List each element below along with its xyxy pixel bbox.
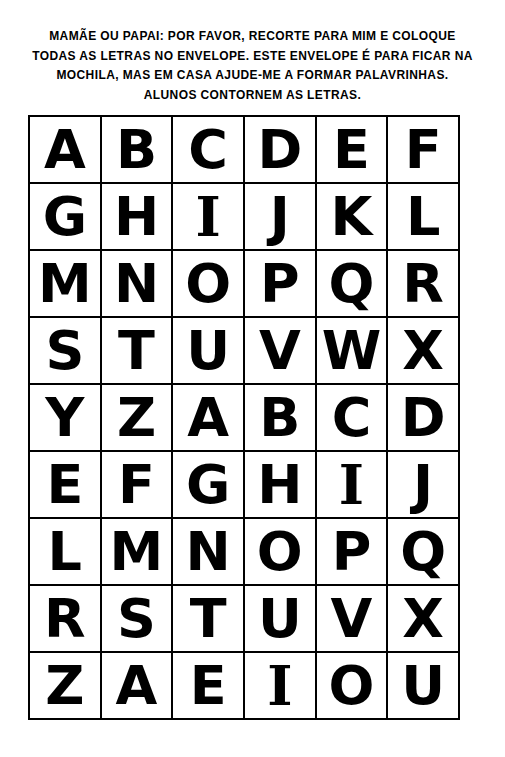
grid-cell: U bbox=[388, 653, 458, 718]
grid-cell: Q bbox=[388, 519, 458, 584]
grid-cell: L bbox=[30, 519, 100, 584]
grid-cell: X bbox=[388, 318, 458, 383]
grid-cell: I bbox=[317, 452, 387, 517]
grid-cell: M bbox=[30, 251, 100, 316]
grid-cell: J bbox=[245, 184, 315, 249]
grid-cell: I bbox=[173, 184, 243, 249]
letter-grid: ABCDEFGHIJKLMNOPQRSTUVWXYZABCDEFGHIJLMNO… bbox=[28, 115, 460, 720]
worksheet-page: MAMÃE OU PAPAI: POR FAVOR, RECORTE PARA … bbox=[0, 0, 505, 757]
grid-cell: S bbox=[102, 586, 172, 651]
grid-cell: Z bbox=[102, 385, 172, 450]
grid-cell: K bbox=[317, 184, 387, 249]
instructions-text: MAMÃE OU PAPAI: POR FAVOR, RECORTE PARA … bbox=[0, 27, 505, 105]
grid-cell: C bbox=[317, 385, 387, 450]
grid-cell: L bbox=[388, 184, 458, 249]
instructions-line-2: TODAS AS LETRAS NO ENVELOPE. ESTE ENVELO… bbox=[0, 47, 505, 67]
grid-cell: B bbox=[102, 117, 172, 182]
grid-cell: Q bbox=[317, 251, 387, 316]
grid-cell: C bbox=[173, 117, 243, 182]
grid-cell: N bbox=[102, 251, 172, 316]
grid-cell: R bbox=[388, 251, 458, 316]
grid-cell: E bbox=[317, 117, 387, 182]
grid-cell: F bbox=[388, 117, 458, 182]
grid-cell: E bbox=[173, 653, 243, 718]
grid-cell: M bbox=[102, 519, 172, 584]
instructions-line-1: MAMÃE OU PAPAI: POR FAVOR, RECORTE PARA … bbox=[0, 27, 505, 47]
grid-cell: G bbox=[173, 452, 243, 517]
grid-cell: A bbox=[173, 385, 243, 450]
grid-cell: V bbox=[317, 586, 387, 651]
grid-cell: I bbox=[245, 653, 315, 718]
grid-cell: T bbox=[102, 318, 172, 383]
grid-cell: S bbox=[30, 318, 100, 383]
grid-cell: N bbox=[173, 519, 243, 584]
grid-cell: A bbox=[102, 653, 172, 718]
instructions-line-3: MOCHILA, MAS EM CASA AJUDE-ME A FORMAR P… bbox=[0, 66, 505, 86]
grid-cell: U bbox=[245, 586, 315, 651]
grid-cell: P bbox=[317, 519, 387, 584]
grid-cell: Y bbox=[30, 385, 100, 450]
grid-cell: V bbox=[245, 318, 315, 383]
grid-cell: B bbox=[245, 385, 315, 450]
grid-cell: O bbox=[317, 653, 387, 718]
grid-cell: T bbox=[173, 586, 243, 651]
grid-cell: G bbox=[30, 184, 100, 249]
grid-cell: H bbox=[245, 452, 315, 517]
grid-cell: A bbox=[30, 117, 100, 182]
grid-cell: W bbox=[317, 318, 387, 383]
grid-cell: H bbox=[102, 184, 172, 249]
grid-cell: E bbox=[30, 452, 100, 517]
grid-cell: P bbox=[245, 251, 315, 316]
grid-cell: U bbox=[173, 318, 243, 383]
instructions-line-4: ALUNOS CONTORNEM AS LETRAS. bbox=[0, 86, 505, 106]
grid-cell: R bbox=[30, 586, 100, 651]
grid-cell: D bbox=[245, 117, 315, 182]
grid-cell: D bbox=[388, 385, 458, 450]
grid-cell: O bbox=[245, 519, 315, 584]
grid-cell: O bbox=[173, 251, 243, 316]
grid-cell: X bbox=[388, 586, 458, 651]
grid-cell: F bbox=[102, 452, 172, 517]
grid-cell: Z bbox=[30, 653, 100, 718]
grid-cell: J bbox=[388, 452, 458, 517]
